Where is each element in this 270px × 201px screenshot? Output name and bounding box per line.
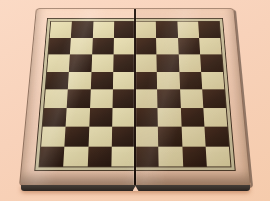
square-d7 xyxy=(113,38,135,55)
square-f1 xyxy=(158,146,182,166)
square-c6 xyxy=(91,54,113,71)
square-f6 xyxy=(157,54,179,71)
square-e3 xyxy=(135,108,158,127)
photo-background xyxy=(0,0,270,201)
square-b7 xyxy=(70,38,92,55)
square-a2 xyxy=(41,127,66,147)
square-c1 xyxy=(87,146,111,166)
square-f4 xyxy=(157,89,180,107)
square-h1 xyxy=(205,146,230,166)
square-e8 xyxy=(135,22,156,38)
square-f2 xyxy=(158,127,182,147)
square-g8 xyxy=(177,22,199,38)
square-d2 xyxy=(112,127,135,147)
square-c3 xyxy=(89,108,112,127)
square-c5 xyxy=(90,72,113,90)
square-a7 xyxy=(48,38,71,55)
square-g4 xyxy=(180,89,203,107)
square-g6 xyxy=(178,54,201,71)
square-e5 xyxy=(135,72,157,90)
square-a1 xyxy=(40,146,65,166)
square-b3 xyxy=(66,108,90,127)
square-h5 xyxy=(201,72,224,90)
square-a3 xyxy=(43,108,67,127)
square-c8 xyxy=(92,22,114,38)
square-b8 xyxy=(71,22,93,38)
seam-notch xyxy=(133,186,139,191)
square-e7 xyxy=(135,38,157,55)
square-a6 xyxy=(47,54,70,71)
square-f7 xyxy=(156,38,178,55)
square-d6 xyxy=(113,54,135,71)
square-g7 xyxy=(178,38,200,55)
square-c4 xyxy=(90,89,113,107)
square-h4 xyxy=(202,89,226,107)
square-g5 xyxy=(179,72,202,90)
square-a5 xyxy=(46,72,69,90)
square-h2 xyxy=(204,127,229,147)
square-g1 xyxy=(182,146,207,166)
square-h7 xyxy=(199,38,222,55)
square-e6 xyxy=(135,54,157,71)
fold-seam xyxy=(134,9,136,185)
square-a8 xyxy=(50,22,72,38)
square-b4 xyxy=(67,89,90,107)
square-d5 xyxy=(113,72,135,90)
square-h3 xyxy=(203,108,227,127)
square-g2 xyxy=(181,127,205,147)
square-c7 xyxy=(92,38,114,55)
square-b2 xyxy=(65,127,89,147)
square-f8 xyxy=(156,22,178,38)
square-c2 xyxy=(88,127,112,147)
square-d3 xyxy=(112,108,135,127)
square-e4 xyxy=(135,89,158,107)
board-bottom-edge xyxy=(21,185,250,191)
square-b1 xyxy=(63,146,88,166)
chess-board xyxy=(19,8,251,186)
square-d8 xyxy=(114,22,135,38)
square-d1 xyxy=(111,146,135,166)
square-e2 xyxy=(135,127,158,147)
square-d4 xyxy=(112,89,135,107)
square-a4 xyxy=(44,89,68,107)
square-h6 xyxy=(200,54,223,71)
square-h8 xyxy=(198,22,220,38)
square-b6 xyxy=(69,54,92,71)
square-g3 xyxy=(180,108,204,127)
square-f3 xyxy=(158,108,181,127)
square-b5 xyxy=(68,72,91,90)
square-f5 xyxy=(157,72,180,90)
square-e1 xyxy=(135,146,159,166)
